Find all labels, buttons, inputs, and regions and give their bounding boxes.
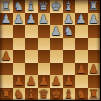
- square-g2[interactable]: [75, 75, 88, 88]
- white-pawn[interactable]: ♟: [13, 75, 26, 88]
- black-pawn[interactable]: ♟: [38, 13, 51, 26]
- black-pawn[interactable]: ♟: [50, 25, 63, 38]
- square-e5[interactable]: [50, 38, 63, 51]
- square-d8[interactable]: ♛: [38, 0, 51, 13]
- square-g8[interactable]: [75, 0, 88, 13]
- black-pawn[interactable]: ♟: [13, 13, 26, 26]
- white-knight[interactable]: ♞: [75, 88, 88, 101]
- square-f8[interactable]: ♝: [63, 0, 76, 13]
- white-pawn[interactable]: ♟: [50, 75, 63, 88]
- white-queen[interactable]: ♛: [38, 88, 51, 101]
- square-h3[interactable]: ♟: [88, 63, 101, 76]
- square-c2[interactable]: ♟: [25, 75, 38, 88]
- square-e1[interactable]: ♚: [50, 88, 63, 101]
- square-b6[interactable]: [13, 25, 26, 38]
- square-f1[interactable]: ♝: [63, 88, 76, 101]
- square-b7[interactable]: ♟: [13, 13, 26, 26]
- chess-board: ♜♞♝♛♚♝♜♟♟♟♟♟♟♟♟♞♟♟♟♟♟♟♟♟♜♞♝♛♚♝♞♜: [0, 0, 100, 100]
- square-h7[interactable]: ♟: [88, 13, 101, 26]
- square-g3[interactable]: ♟: [75, 63, 88, 76]
- square-a1[interactable]: ♜: [0, 88, 13, 101]
- white-pawn[interactable]: ♟: [88, 63, 101, 76]
- square-c7[interactable]: ♟: [25, 13, 38, 26]
- white-bishop[interactable]: ♝: [25, 88, 38, 101]
- square-c5[interactable]: [25, 38, 38, 51]
- white-pawn[interactable]: ♟: [25, 75, 38, 88]
- square-b5[interactable]: [13, 38, 26, 51]
- square-g7[interactable]: ♟: [75, 13, 88, 26]
- black-pawn[interactable]: ♟: [88, 13, 101, 26]
- square-c6[interactable]: [25, 25, 38, 38]
- white-pawn[interactable]: ♟: [63, 75, 76, 88]
- white-pawn[interactable]: ♟: [75, 63, 88, 76]
- square-b2[interactable]: ♟: [13, 75, 26, 88]
- square-g6[interactable]: [75, 25, 88, 38]
- square-e6[interactable]: ♟: [50, 25, 63, 38]
- black-knight[interactable]: ♞: [63, 25, 76, 38]
- square-h8[interactable]: ♜: [88, 0, 101, 13]
- black-pawn[interactable]: ♟: [25, 13, 38, 26]
- black-knight[interactable]: ♞: [13, 0, 26, 13]
- square-b8[interactable]: ♞: [13, 0, 26, 13]
- square-c8[interactable]: ♝: [25, 0, 38, 13]
- white-king[interactable]: ♚: [50, 88, 63, 101]
- white-pawn[interactable]: ♟: [38, 75, 51, 88]
- black-king[interactable]: ♚: [50, 0, 63, 13]
- square-b1[interactable]: ♞: [13, 88, 26, 101]
- black-pawn[interactable]: ♟: [0, 13, 13, 26]
- square-c4[interactable]: [25, 50, 38, 63]
- square-h5[interactable]: [88, 38, 101, 51]
- square-d6[interactable]: [38, 25, 51, 38]
- white-rook[interactable]: ♜: [88, 88, 101, 101]
- square-h6[interactable]: [88, 25, 101, 38]
- square-f6[interactable]: ♞: [63, 25, 76, 38]
- square-g1[interactable]: ♞: [75, 88, 88, 101]
- square-h4[interactable]: [88, 50, 101, 63]
- square-e4[interactable]: [50, 50, 63, 63]
- square-b4[interactable]: [13, 50, 26, 63]
- square-f4[interactable]: [63, 50, 76, 63]
- black-queen[interactable]: ♛: [38, 0, 51, 13]
- square-e2[interactable]: ♟: [50, 75, 63, 88]
- square-a4[interactable]: ♟: [0, 50, 13, 63]
- square-f5[interactable]: [63, 38, 76, 51]
- square-g5[interactable]: [75, 38, 88, 51]
- square-a3[interactable]: [0, 63, 13, 76]
- black-rook[interactable]: ♜: [0, 0, 13, 13]
- square-d7[interactable]: ♟: [38, 13, 51, 26]
- square-a2[interactable]: [0, 75, 13, 88]
- square-d2[interactable]: ♟: [38, 75, 51, 88]
- white-pawn[interactable]: ♟: [0, 50, 13, 63]
- square-f2[interactable]: ♟: [63, 75, 76, 88]
- white-bishop[interactable]: ♝: [63, 88, 76, 101]
- black-bishop[interactable]: ♝: [63, 0, 76, 13]
- square-d1[interactable]: ♛: [38, 88, 51, 101]
- square-a8[interactable]: ♜: [0, 0, 13, 13]
- black-rook[interactable]: ♜: [88, 0, 101, 13]
- black-bishop[interactable]: ♝: [25, 0, 38, 13]
- square-h1[interactable]: ♜: [88, 88, 101, 101]
- square-d5[interactable]: [38, 38, 51, 51]
- square-c1[interactable]: ♝: [25, 88, 38, 101]
- white-rook[interactable]: ♜: [0, 88, 13, 101]
- square-d4[interactable]: [38, 50, 51, 63]
- square-a7[interactable]: ♟: [0, 13, 13, 26]
- square-g4[interactable]: [75, 50, 88, 63]
- black-pawn[interactable]: ♟: [75, 13, 88, 26]
- white-knight[interactable]: ♞: [13, 88, 26, 101]
- square-e8[interactable]: ♚: [50, 0, 63, 13]
- square-a6[interactable]: [0, 25, 13, 38]
- square-h2[interactable]: [88, 75, 101, 88]
